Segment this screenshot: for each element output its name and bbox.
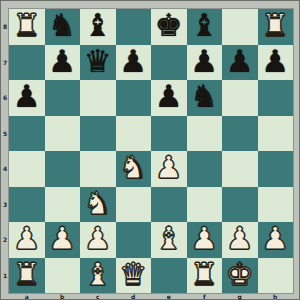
white-knight[interactable]: ♞ <box>84 188 112 219</box>
square-g2[interactable]: ♟ <box>222 222 258 258</box>
square-g4[interactable] <box>222 151 258 187</box>
white-bishop[interactable]: ♝ <box>84 259 112 290</box>
chess-board-window: ♜♞♝♚♝♜♟♛♟♟♟♟♟♟♞♞♟♞♟♟♟♝♟♟♟♜♝♛♜♚ 87654321 … <box>0 0 300 300</box>
file-label-a: a <box>9 292 45 300</box>
black-rook[interactable]: ♜ <box>261 10 289 41</box>
white-pawn[interactable]: ♟ <box>261 223 289 254</box>
square-f3[interactable] <box>187 187 223 223</box>
square-h8[interactable]: ♜ <box>258 9 294 45</box>
square-h2[interactable]: ♟ <box>258 222 294 258</box>
square-b4[interactable] <box>45 151 81 187</box>
file-label-g: g <box>222 292 258 300</box>
rank-label-2: 2 <box>1 222 9 258</box>
black-pawn[interactable]: ♟ <box>155 81 183 112</box>
black-rook[interactable]: ♜ <box>13 10 41 41</box>
square-a3[interactable] <box>9 187 45 223</box>
black-bishop[interactable]: ♝ <box>84 10 112 41</box>
white-pawn[interactable]: ♟ <box>13 223 41 254</box>
square-b6[interactable] <box>45 80 81 116</box>
white-pawn[interactable]: ♟ <box>190 223 218 254</box>
white-bishop[interactable]: ♝ <box>155 223 183 254</box>
square-a4[interactable] <box>9 151 45 187</box>
square-h1[interactable] <box>258 258 294 294</box>
square-a2[interactable]: ♟ <box>9 222 45 258</box>
square-c8[interactable]: ♝ <box>80 9 116 45</box>
rank-label-3: 3 <box>1 187 9 223</box>
rank-label-6: 6 <box>1 80 9 116</box>
square-c3[interactable]: ♞ <box>80 187 116 223</box>
square-b1[interactable] <box>45 258 81 294</box>
square-h4[interactable] <box>258 151 294 187</box>
square-e5[interactable] <box>151 116 187 152</box>
black-pawn[interactable]: ♟ <box>261 46 289 77</box>
square-d6[interactable] <box>116 80 152 116</box>
rank-label-7: 7 <box>1 45 9 81</box>
black-bishop[interactable]: ♝ <box>190 10 218 41</box>
square-g8[interactable] <box>222 9 258 45</box>
square-h5[interactable] <box>258 116 294 152</box>
square-h6[interactable] <box>258 80 294 116</box>
square-a6[interactable]: ♟ <box>9 80 45 116</box>
square-d7[interactable]: ♟ <box>116 45 152 81</box>
square-g5[interactable] <box>222 116 258 152</box>
white-king[interactable]: ♚ <box>226 259 254 290</box>
square-f5[interactable] <box>187 116 223 152</box>
square-a5[interactable] <box>9 116 45 152</box>
square-e3[interactable] <box>151 187 187 223</box>
square-f1[interactable]: ♜ <box>187 258 223 294</box>
square-f6[interactable]: ♞ <box>187 80 223 116</box>
square-b3[interactable] <box>45 187 81 223</box>
file-label-d: d <box>116 292 152 300</box>
black-pawn[interactable]: ♟ <box>190 46 218 77</box>
square-c7[interactable]: ♛ <box>80 45 116 81</box>
square-d3[interactable] <box>116 187 152 223</box>
rank-label-5: 5 <box>1 116 9 152</box>
square-a8[interactable]: ♜ <box>9 9 45 45</box>
file-label-b: b <box>45 292 81 300</box>
square-a7[interactable] <box>9 45 45 81</box>
black-knight[interactable]: ♞ <box>48 10 76 41</box>
square-d5[interactable] <box>116 116 152 152</box>
square-h7[interactable]: ♟ <box>258 45 294 81</box>
white-rook[interactable]: ♜ <box>13 259 41 290</box>
black-pawn[interactable]: ♟ <box>119 46 147 77</box>
square-e1[interactable] <box>151 258 187 294</box>
square-e8[interactable]: ♚ <box>151 9 187 45</box>
square-g1[interactable]: ♚ <box>222 258 258 294</box>
square-b8[interactable]: ♞ <box>45 9 81 45</box>
square-f7[interactable]: ♟ <box>187 45 223 81</box>
square-e4[interactable]: ♟ <box>151 151 187 187</box>
square-d1[interactable]: ♛ <box>116 258 152 294</box>
white-pawn[interactable]: ♟ <box>155 152 183 183</box>
square-c2[interactable]: ♟ <box>80 222 116 258</box>
square-c6[interactable] <box>80 80 116 116</box>
file-label-f: f <box>187 292 223 300</box>
square-f8[interactable]: ♝ <box>187 9 223 45</box>
black-queen[interactable]: ♛ <box>84 46 112 77</box>
square-b7[interactable]: ♟ <box>45 45 81 81</box>
white-pawn[interactable]: ♟ <box>226 223 254 254</box>
square-d2[interactable] <box>116 222 152 258</box>
black-king[interactable]: ♚ <box>155 10 183 41</box>
black-knight[interactable]: ♞ <box>190 81 218 112</box>
black-pawn[interactable]: ♟ <box>226 46 254 77</box>
black-pawn[interactable]: ♟ <box>13 81 41 112</box>
square-c5[interactable] <box>80 116 116 152</box>
white-pawn[interactable]: ♟ <box>48 223 76 254</box>
white-rook[interactable]: ♜ <box>190 259 218 290</box>
square-a1[interactable]: ♜ <box>9 258 45 294</box>
square-f4[interactable] <box>187 151 223 187</box>
black-pawn[interactable]: ♟ <box>48 46 76 77</box>
white-knight[interactable]: ♞ <box>119 152 147 183</box>
file-label-h: h <box>258 292 294 300</box>
square-g7[interactable]: ♟ <box>222 45 258 81</box>
square-g6[interactable] <box>222 80 258 116</box>
square-d4[interactable]: ♞ <box>116 151 152 187</box>
rank-label-8: 8 <box>1 9 9 45</box>
square-e2[interactable]: ♝ <box>151 222 187 258</box>
square-c4[interactable] <box>80 151 116 187</box>
square-f2[interactable]: ♟ <box>187 222 223 258</box>
square-g3[interactable] <box>222 187 258 223</box>
square-e7[interactable] <box>151 45 187 81</box>
file-label-c: c <box>80 292 116 300</box>
square-c1[interactable]: ♝ <box>80 258 116 294</box>
square-h3[interactable] <box>258 187 294 223</box>
chess-board: ♜♞♝♚♝♜♟♛♟♟♟♟♟♟♞♞♟♞♟♟♟♝♟♟♟♜♝♛♜♚ <box>9 9 293 293</box>
white-queen[interactable]: ♛ <box>119 259 147 290</box>
square-e6[interactable]: ♟ <box>151 80 187 116</box>
square-b2[interactable]: ♟ <box>45 222 81 258</box>
square-d8[interactable] <box>116 9 152 45</box>
rank-label-1: 1 <box>1 258 9 294</box>
file-label-e: e <box>151 292 187 300</box>
white-pawn[interactable]: ♟ <box>84 223 112 254</box>
rank-label-4: 4 <box>1 151 9 187</box>
square-b5[interactable] <box>45 116 81 152</box>
